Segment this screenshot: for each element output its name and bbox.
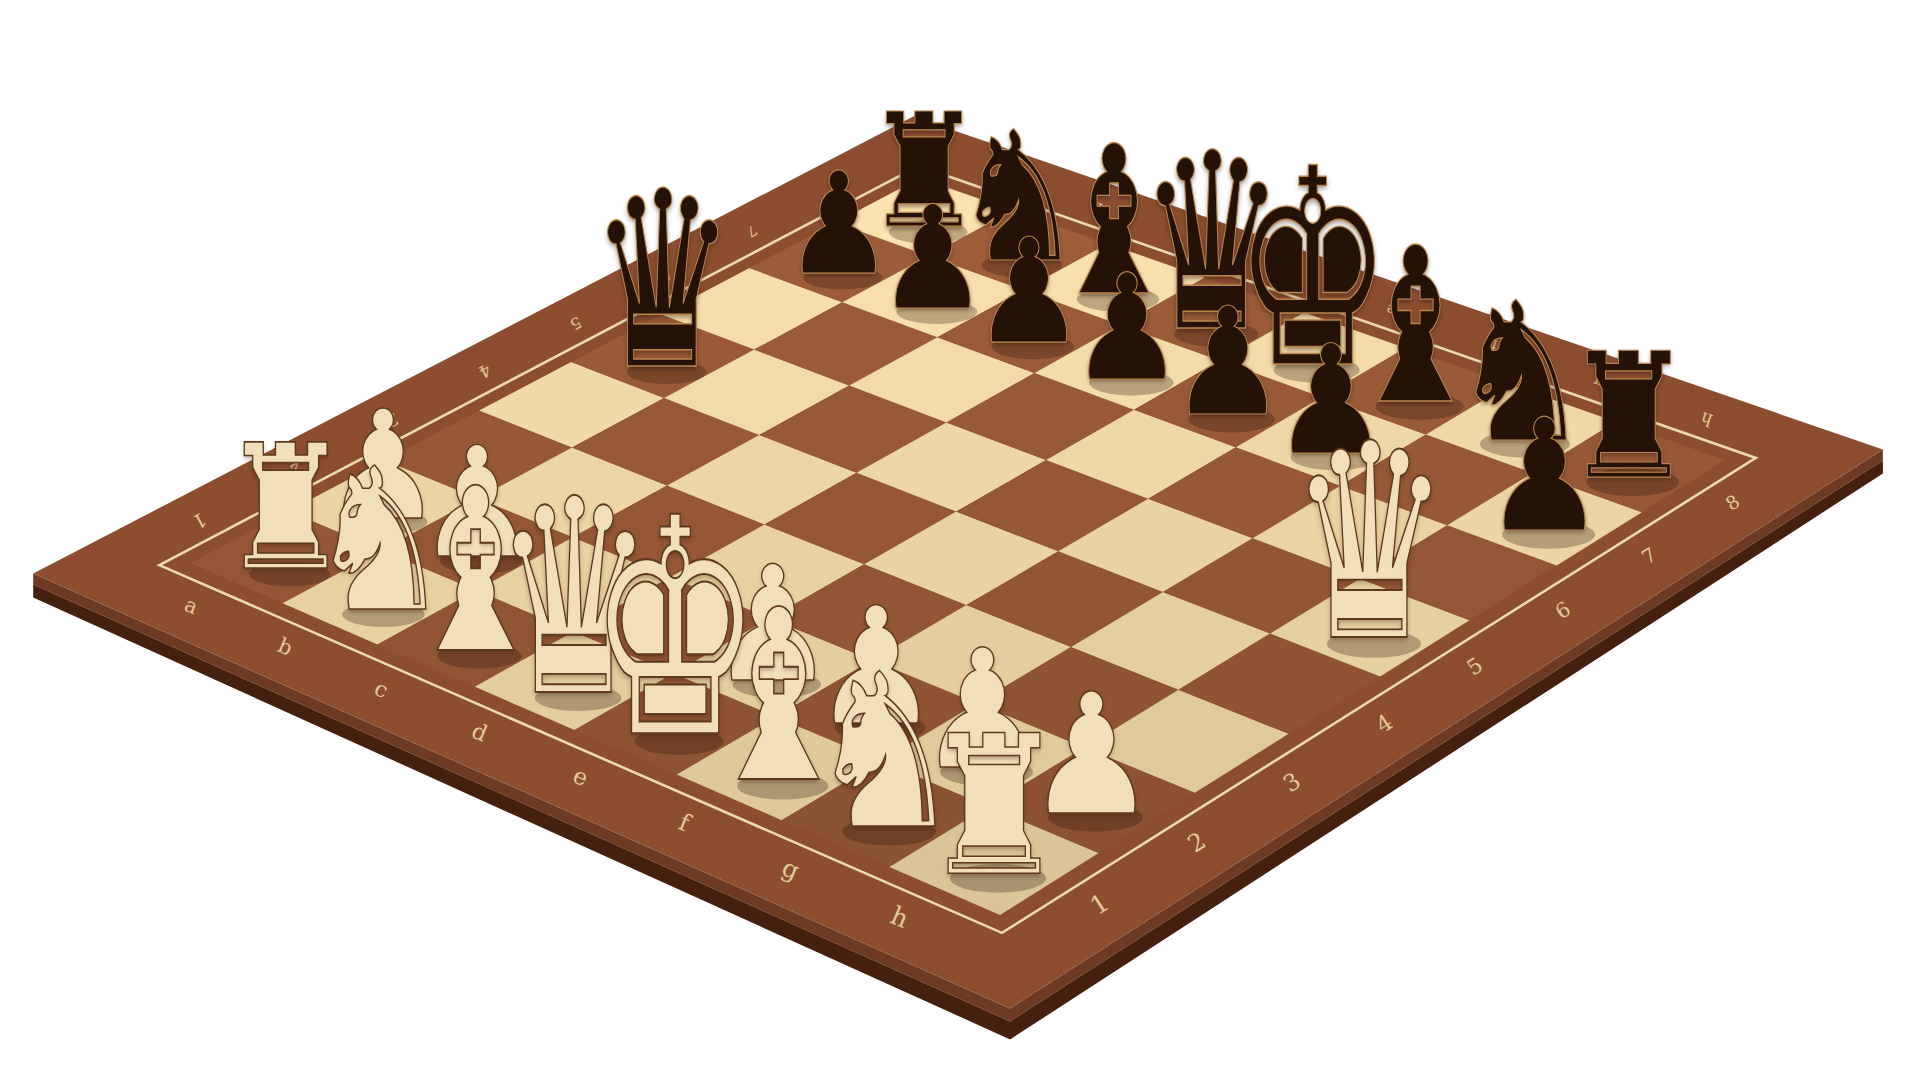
piece-black-pawn-c7[interactable]: ♟ [972,220,1085,365]
piece-black-pawn-e7[interactable]: ♟ [1170,289,1286,438]
piece-black-pawn-d7[interactable]: ♟ [1070,254,1185,401]
board-photo-scene: aa11bb22cc33dd44ee55ff66gg77hh88 ♜♞♟♝♟♛♟… [0,0,1920,1079]
piece-white-queen-h5[interactable]: ♛ [1289,409,1451,680]
piece-black-pawn-h7[interactable]: ♟ [1484,399,1605,555]
piece-black-queen-a5[interactable]: ♛ [589,159,735,404]
piece-white-rook-h1[interactable]: ♜ [921,711,1067,903]
